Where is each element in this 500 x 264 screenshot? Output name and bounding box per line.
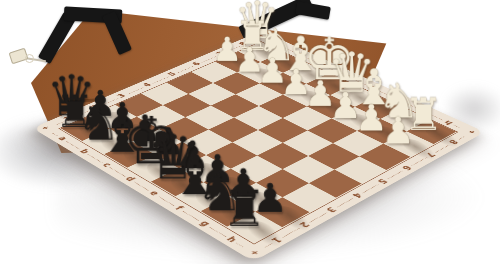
product-photo-scene: abcdefgh abcdefgh 87654321 87654321 + + … xyxy=(0,0,500,264)
black-rook-glyph: ♜ xyxy=(222,184,261,234)
corner-cross-icon: + xyxy=(248,249,261,257)
corner-cross-icon: + xyxy=(39,125,51,131)
corner-cross-icon: + xyxy=(466,129,478,135)
white-pawn-glyph: ♟ xyxy=(380,113,416,150)
bag-handle-right-tail xyxy=(295,1,331,20)
zipper-ring-icon xyxy=(25,54,34,63)
